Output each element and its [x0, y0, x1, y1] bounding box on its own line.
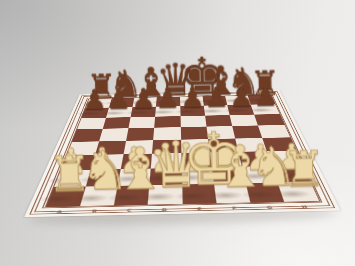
board-perspective: ABCDEFGH ♜♞♝♛♚♝♞♜♟♟♟♟♟♟♟♟♟♟♟♟♟♟♟♟♜♞♝♛♚♝♞…	[24, 90, 340, 217]
piece-black-pawn-h7: ♟	[252, 81, 277, 109]
chess-board: ABCDEFGH ♜♞♝♛♚♝♞♜♟♟♟♟♟♟♟♟♟♟♟♟♟♟♟♟♜♞♝♛♚♝♞…	[24, 90, 340, 217]
piece-black-pawn-g7: ♟	[228, 82, 253, 110]
piece-white-queen-d1: ♛	[146, 132, 181, 196]
piece-white-king-e1: ♚	[180, 123, 215, 196]
file-label-b: B	[76, 207, 112, 214]
file-label-c: C	[111, 206, 147, 213]
piece-white-rook-a1: ♜	[46, 149, 81, 199]
piece-black-pawn-f7: ♟	[203, 82, 228, 110]
file-label-a: A	[40, 208, 77, 215]
piece-black-pawn-d7: ♟	[154, 83, 179, 111]
piece-white-bishop-f1: ♝	[214, 137, 249, 195]
file-label-e: E	[182, 205, 217, 212]
piece-black-pawn-a7: ♟	[81, 85, 106, 113]
piece-white-knight-b1: ♞	[79, 143, 114, 197]
file-label-f: F	[216, 204, 252, 211]
file-label-d: D	[146, 205, 181, 212]
piece-white-bishop-c1: ♝	[113, 139, 148, 197]
piece-black-pawn-e7: ♟	[179, 83, 204, 111]
file-label-g: G	[251, 203, 288, 210]
chess-set-photo: ABCDEFGH ♜♞♝♛♚♝♞♜♟♟♟♟♟♟♟♟♟♟♟♟♟♟♟♟♜♞♝♛♚♝♞…	[0, 0, 355, 266]
pieces-layer: ♜♞♝♛♚♝♞♜♟♟♟♟♟♟♟♟♟♟♟♟♟♟♟♟♜♞♝♛♚♝♞♜	[44, 94, 320, 206]
piece-black-pawn-c7: ♟	[130, 84, 155, 112]
file-label-h: H	[285, 202, 322, 209]
board-scene: ABCDEFGH ♜♞♝♛♚♝♞♜♟♟♟♟♟♟♟♟♟♟♟♟♟♟♟♟♜♞♝♛♚♝♞…	[55, 14, 305, 264]
piece-white-knight-g1: ♞	[247, 140, 282, 194]
piece-black-pawn-b7: ♟	[105, 85, 130, 113]
camera-tilt-wrapper: ABCDEFGH ♜♞♝♛♚♝♞♜♟♟♟♟♟♟♟♟♟♟♟♟♟♟♟♟♜♞♝♛♚♝♞…	[0, 0, 355, 266]
piece-white-rook-h1: ♜	[281, 144, 316, 194]
